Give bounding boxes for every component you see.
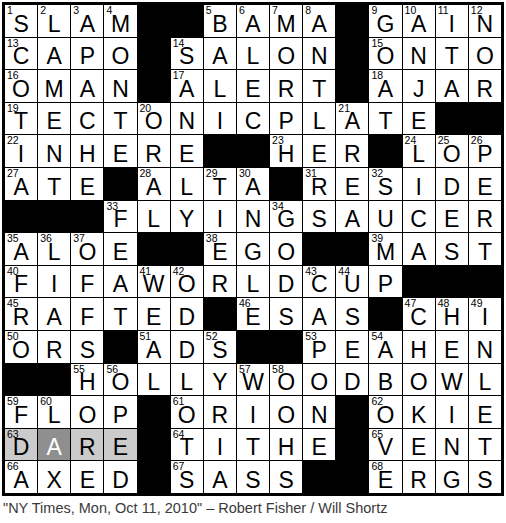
- cell-letter: T: [469, 434, 501, 460]
- grid-cell[interactable]: 38E: [204, 233, 236, 265]
- grid-cell[interactable]: R: [403, 461, 435, 493]
- grid-cell[interactable]: E: [469, 168, 501, 200]
- black-cell: [469, 103, 501, 135]
- grid-cell[interactable]: D: [436, 168, 468, 200]
- grid-cell[interactable]: T: [104, 103, 136, 135]
- grid-cell[interactable]: S: [71, 331, 103, 363]
- cell-letter: M: [104, 11, 136, 37]
- grid-cell[interactable]: P: [270, 103, 302, 135]
- grid-cell[interactable]: I: [204, 201, 236, 233]
- grid-cell[interactable]: 14S: [171, 38, 203, 70]
- grid-cell[interactable]: 42O: [171, 266, 203, 298]
- grid-cell[interactable]: D: [171, 298, 203, 330]
- grid-cell[interactable]: N: [303, 396, 335, 428]
- grid-cell[interactable]: 33F: [104, 201, 136, 233]
- grid-cell[interactable]: T: [469, 233, 501, 265]
- grid-cell[interactable]: L: [303, 103, 335, 135]
- grid-cell[interactable]: P: [71, 38, 103, 70]
- cell-letter: G: [369, 11, 401, 37]
- cell-letter: T: [369, 108, 401, 134]
- grid-cell[interactable]: A: [204, 38, 236, 70]
- grid-cell[interactable]: 41W: [138, 266, 170, 298]
- grid-cell[interactable]: T: [303, 70, 335, 102]
- grid-cell[interactable]: R: [336, 135, 368, 167]
- grid-cell[interactable]: I: [204, 429, 236, 461]
- grid-cell[interactable]: 58O: [270, 364, 302, 396]
- cell-letter: F: [5, 271, 37, 297]
- grid-cell[interactable]: G: [237, 233, 269, 265]
- cell-letter: O: [403, 369, 435, 395]
- grid-cell[interactable]: E: [303, 135, 335, 167]
- grid-cell[interactable]: A: [303, 298, 335, 330]
- black-cell: [436, 103, 468, 135]
- grid-cell[interactable]: 53P: [303, 331, 335, 363]
- cell-letter: S: [171, 467, 203, 493]
- cell-letter: H: [270, 141, 302, 167]
- cell-letter: L: [38, 11, 70, 37]
- cell-letter: V: [369, 434, 401, 460]
- cell-letter: O: [270, 369, 302, 395]
- grid-cell[interactable]: 15O: [369, 38, 401, 70]
- grid-cell[interactable]: 60L: [38, 396, 70, 428]
- grid-cell[interactable]: A: [71, 70, 103, 102]
- cell-letter: E: [204, 239, 236, 265]
- grid-cell[interactable]: 21A: [336, 103, 368, 135]
- cell-letter: O: [270, 43, 302, 69]
- cell-letter: H: [403, 337, 435, 363]
- grid-cell[interactable]: E: [237, 70, 269, 102]
- grid-cell[interactable]: L: [138, 201, 170, 233]
- cell-letter: E: [237, 304, 269, 330]
- cell-letter: A: [403, 11, 435, 37]
- grid-cell[interactable]: L: [469, 364, 501, 396]
- grid-cell[interactable]: D: [270, 266, 302, 298]
- grid-cell[interactable]: 39M: [369, 233, 401, 265]
- cell-letter: N: [303, 402, 335, 428]
- cell-letter: G: [237, 239, 269, 265]
- cell-letter: E: [303, 434, 335, 460]
- grid-cell[interactable]: 68E: [369, 461, 401, 493]
- cell-letter: J: [403, 76, 435, 102]
- grid-cell[interactable]: R: [204, 396, 236, 428]
- grid-cell[interactable]: 35A: [5, 233, 37, 265]
- grid-cell[interactable]: 34G: [270, 201, 302, 233]
- cell-letter: F: [71, 271, 103, 297]
- grid-cell[interactable]: 31R: [303, 168, 335, 200]
- grid-cell[interactable]: 5B: [204, 5, 236, 37]
- grid-cell[interactable]: I: [38, 266, 70, 298]
- cell-letter: I: [38, 271, 70, 297]
- grid-cell[interactable]: P: [104, 396, 136, 428]
- black-cell: [204, 135, 236, 167]
- grid-cell[interactable]: 1S: [5, 5, 37, 37]
- cell-letter: L: [303, 108, 335, 134]
- cell-letter: A: [38, 304, 70, 330]
- grid-cell[interactable]: 3A: [71, 5, 103, 37]
- cell-letter: D: [270, 271, 302, 297]
- grid-cell[interactable]: S: [237, 461, 269, 493]
- grid-cell[interactable]: N: [436, 429, 468, 461]
- cell-letter: M: [270, 11, 302, 37]
- grid-cell[interactable]: 2L: [38, 5, 70, 37]
- cell-letter: P: [303, 337, 335, 363]
- grid-cell[interactable]: M: [38, 70, 70, 102]
- grid-cell[interactable]: 17A: [171, 70, 203, 102]
- grid-cell[interactable]: S: [270, 298, 302, 330]
- cell-letter: E: [403, 108, 435, 134]
- grid-cell[interactable]: U: [369, 201, 401, 233]
- grid-cell[interactable]: E: [403, 429, 435, 461]
- grid-cell[interactable]: B: [369, 364, 401, 396]
- cell-letter: S: [171, 43, 203, 69]
- grid-cell[interactable]: R: [204, 266, 236, 298]
- cell-letter: Y: [171, 206, 203, 232]
- grid-cell[interactable]: 7M: [270, 5, 302, 37]
- grid-cell[interactable]: 62O: [369, 396, 401, 428]
- grid-cell[interactable]: 56O: [104, 364, 136, 396]
- black-cell: [138, 396, 170, 428]
- grid-cell[interactable]: E: [303, 429, 335, 461]
- grid-cell[interactable]: R: [138, 135, 170, 167]
- cell-letter: P: [270, 108, 302, 134]
- grid-cell[interactable]: 36L: [38, 233, 70, 265]
- cell-letter: L: [403, 141, 435, 167]
- grid-cell[interactable]: O: [71, 396, 103, 428]
- grid-cell[interactable]: O: [403, 364, 435, 396]
- grid-cell[interactable]: T: [369, 103, 401, 135]
- grid-cell[interactable]: N: [104, 70, 136, 102]
- grid-cell[interactable]: E: [38, 103, 70, 135]
- grid-cell[interactable]: P: [369, 266, 401, 298]
- grid-cell[interactable]: C: [237, 103, 269, 135]
- grid-cell[interactable]: 64T: [171, 429, 203, 461]
- grid-cell[interactable]: A: [38, 38, 70, 70]
- grid-cell[interactable]: 10A: [403, 5, 435, 37]
- cell-letter: U: [369, 206, 401, 232]
- grid-cell[interactable]: 43C: [303, 266, 335, 298]
- grid-cell[interactable]: 66A: [5, 461, 37, 493]
- grid-cell[interactable]: R: [469, 70, 501, 102]
- cell-letter: O: [270, 239, 302, 265]
- cell-letter: T: [436, 43, 468, 69]
- grid-cell[interactable]: G: [436, 461, 468, 493]
- grid-cell[interactable]: 59F: [5, 396, 37, 428]
- cell-letter: E: [71, 467, 103, 493]
- grid-cell[interactable]: S: [303, 201, 335, 233]
- grid-cell[interactable]: I: [204, 103, 236, 135]
- grid-cell[interactable]: 11I: [436, 5, 468, 37]
- cell-letter: L: [138, 206, 170, 232]
- grid-cell[interactable]: T: [104, 298, 136, 330]
- grid-cell[interactable]: T: [237, 429, 269, 461]
- cell-letter: I: [204, 206, 236, 232]
- grid-cell[interactable]: A: [336, 201, 368, 233]
- grid-cell[interactable]: D: [104, 461, 136, 493]
- grid-cell[interactable]: T: [38, 168, 70, 200]
- grid-cell[interactable]: I: [403, 168, 435, 200]
- grid-cell[interactable]: A: [204, 461, 236, 493]
- grid-cell[interactable]: S: [436, 233, 468, 265]
- cell-letter: O: [71, 402, 103, 428]
- black-cell: [138, 38, 170, 70]
- cell-letter: P: [71, 43, 103, 69]
- cell-letter: C: [5, 43, 37, 69]
- cell-letter: A: [303, 304, 335, 330]
- black-cell: [403, 266, 435, 298]
- black-cell: [336, 5, 368, 37]
- grid-cell[interactable]: 51A: [138, 331, 170, 363]
- cell-letter: A: [204, 467, 236, 493]
- cell-letter: T: [171, 434, 203, 460]
- cell-letter: E: [336, 337, 368, 363]
- grid-cell[interactable]: I: [436, 396, 468, 428]
- cell-letter: F: [5, 402, 37, 428]
- grid-cell[interactable]: 44U: [336, 266, 368, 298]
- grid-cell[interactable]: E: [104, 233, 136, 265]
- grid-cell[interactable]: 6A: [237, 5, 269, 37]
- grid-cell[interactable]: 48H: [436, 298, 468, 330]
- cell-letter: T: [38, 174, 70, 200]
- cell-letter: T: [237, 434, 269, 460]
- grid-cell[interactable]: F: [71, 298, 103, 330]
- grid-cell[interactable]: J: [403, 70, 435, 102]
- grid-cell[interactable]: O: [104, 38, 136, 70]
- grid-cell[interactable]: 23H: [270, 135, 302, 167]
- grid-cell[interactable]: 9G: [369, 5, 401, 37]
- black-cell: [71, 201, 103, 233]
- grid-cell[interactable]: 22I: [5, 135, 37, 167]
- black-cell: [138, 429, 170, 461]
- grid-cell[interactable]: O: [469, 38, 501, 70]
- grid-cell[interactable]: L: [138, 364, 170, 396]
- grid-cell[interactable]: E: [336, 168, 368, 200]
- cell-letter: A: [71, 76, 103, 102]
- grid-cell[interactable]: E: [104, 429, 136, 461]
- cell-letter: E: [71, 174, 103, 200]
- grid-cell[interactable]: 26P: [469, 135, 501, 167]
- grid-cell[interactable]: 46E: [237, 298, 269, 330]
- grid-cell[interactable]: 19T: [5, 103, 37, 135]
- black-cell: [303, 461, 335, 493]
- grid-cell[interactable]: 30A: [237, 168, 269, 200]
- grid-cell[interactable]: N: [171, 103, 203, 135]
- grid-cell[interactable]: E: [104, 135, 136, 167]
- black-cell: [171, 233, 203, 265]
- grid-cell[interactable]: E: [469, 396, 501, 428]
- grid-cell[interactable]: 61O: [171, 396, 203, 428]
- grid-cell[interactable]: 63D: [5, 429, 37, 461]
- grid-cell[interactable]: 45R: [5, 298, 37, 330]
- grid-cell[interactable]: 49I: [469, 298, 501, 330]
- grid-cell[interactable]: 29T: [204, 168, 236, 200]
- grid-cell[interactable]: N: [237, 201, 269, 233]
- grid-cell[interactable]: E: [171, 135, 203, 167]
- grid-cell[interactable]: A: [38, 429, 70, 461]
- cell-letter: E: [436, 206, 468, 232]
- grid-cell[interactable]: W: [436, 364, 468, 396]
- cell-letter: I: [403, 174, 435, 200]
- grid-cell[interactable]: A: [38, 298, 70, 330]
- cell-letter: S: [303, 206, 335, 232]
- cell-letter: N: [303, 43, 335, 69]
- black-cell: [369, 298, 401, 330]
- cell-letter: E: [369, 467, 401, 493]
- grid-cell[interactable]: S: [270, 461, 302, 493]
- black-cell: [336, 429, 368, 461]
- grid-cell[interactable]: A: [104, 266, 136, 298]
- cell-letter: B: [369, 369, 401, 395]
- cell-letter: S: [71, 337, 103, 363]
- cell-letter: C: [237, 108, 269, 134]
- cell-letter: D: [436, 174, 468, 200]
- cell-letter: C: [71, 108, 103, 134]
- grid-cell[interactable]: E: [436, 201, 468, 233]
- grid-cell[interactable]: D: [336, 364, 368, 396]
- grid-cell[interactable]: 8A: [303, 5, 335, 37]
- black-cell: [369, 135, 401, 167]
- grid-cell[interactable]: O: [270, 396, 302, 428]
- grid-cell[interactable]: I: [237, 396, 269, 428]
- cell-letter: D: [171, 337, 203, 363]
- cell-letter: T: [204, 174, 236, 200]
- cell-letter: E: [104, 141, 136, 167]
- grid-cell[interactable]: C: [403, 201, 435, 233]
- grid-cell[interactable]: 65V: [369, 429, 401, 461]
- black-cell: [270, 168, 302, 200]
- black-cell: [336, 396, 368, 428]
- grid-cell[interactable]: Y: [171, 201, 203, 233]
- grid-cell[interactable]: 25O: [436, 135, 468, 167]
- grid-cell[interactable]: 55H: [71, 364, 103, 396]
- cell-letter: L: [38, 239, 70, 265]
- grid-cell[interactable]: 52S: [204, 331, 236, 363]
- cell-letter: R: [403, 467, 435, 493]
- grid-cell[interactable]: Y: [204, 364, 236, 396]
- grid-cell[interactable]: 18A: [369, 70, 401, 102]
- grid-cell[interactable]: E: [436, 331, 468, 363]
- grid-cell[interactable]: F: [71, 266, 103, 298]
- cell-letter: E: [403, 434, 435, 460]
- cell-letter: W: [237, 369, 269, 395]
- cell-letter: U: [336, 271, 368, 297]
- grid-cell[interactable]: O: [303, 364, 335, 396]
- grid-cell[interactable]: T: [436, 38, 468, 70]
- grid-cell[interactable]: 20O: [138, 103, 170, 135]
- grid-cell[interactable]: E: [336, 331, 368, 363]
- cell-letter: Y: [204, 369, 236, 395]
- grid-cell[interactable]: H: [270, 429, 302, 461]
- cell-letter: R: [204, 271, 236, 297]
- cell-letter: O: [5, 76, 37, 102]
- cell-letter: T: [303, 76, 335, 102]
- grid-cell[interactable]: 67S: [171, 461, 203, 493]
- grid-cell[interactable]: E: [403, 103, 435, 135]
- grid-cell[interactable]: 24L: [403, 135, 435, 167]
- cell-letter: K: [403, 402, 435, 428]
- black-cell: [104, 331, 136, 363]
- grid-cell[interactable]: 16O: [5, 70, 37, 102]
- grid-cell[interactable]: L: [237, 38, 269, 70]
- grid-cell[interactable]: K: [403, 396, 435, 428]
- cell-letter: X: [38, 467, 70, 493]
- cell-letter: A: [5, 467, 37, 493]
- cell-letter: A: [403, 239, 435, 265]
- grid-cell[interactable]: 4M: [104, 5, 136, 37]
- black-cell: [469, 266, 501, 298]
- cell-letter: A: [138, 174, 170, 200]
- black-cell: [5, 201, 37, 233]
- grid-cell[interactable]: E: [138, 298, 170, 330]
- cell-letter: R: [336, 141, 368, 167]
- grid-cell[interactable]: C: [71, 103, 103, 135]
- grid-cell[interactable]: 37O: [71, 233, 103, 265]
- crossword-grid: 1S2L3A4M5B6A7M8A9G10A11I12N13CAPO14SALON…: [2, 2, 504, 496]
- cell-letter: A: [369, 76, 401, 102]
- cell-letter: T: [469, 239, 501, 265]
- cell-letter: P: [104, 402, 136, 428]
- grid-cell[interactable]: D: [171, 331, 203, 363]
- grid-cell[interactable]: 27A: [5, 168, 37, 200]
- grid-cell[interactable]: 13C: [5, 38, 37, 70]
- cell-letter: C: [403, 206, 435, 232]
- grid-cell[interactable]: 12N: [469, 5, 501, 37]
- grid-cell[interactable]: R: [38, 331, 70, 363]
- grid-cell[interactable]: L: [171, 364, 203, 396]
- grid-cell[interactable]: S: [469, 461, 501, 493]
- grid-cell[interactable]: T: [469, 429, 501, 461]
- grid-cell[interactable]: R: [71, 429, 103, 461]
- cell-letter: A: [237, 174, 269, 200]
- grid-cell[interactable]: O: [270, 38, 302, 70]
- cell-letter: O: [138, 108, 170, 134]
- grid-cell[interactable]: E: [71, 461, 103, 493]
- grid-cell[interactable]: H: [71, 135, 103, 167]
- cell-letter: N: [403, 43, 435, 69]
- grid-cell[interactable]: 57W: [237, 364, 269, 396]
- grid-cell[interactable]: N: [403, 38, 435, 70]
- grid-cell[interactable]: 32S: [369, 168, 401, 200]
- cell-letter: T: [104, 108, 136, 134]
- grid-cell[interactable]: N: [469, 331, 501, 363]
- grid-cell[interactable]: N: [303, 38, 335, 70]
- grid-cell[interactable]: A: [436, 70, 468, 102]
- grid-cell[interactable]: R: [469, 201, 501, 233]
- grid-cell[interactable]: E: [71, 168, 103, 200]
- grid-cell[interactable]: S: [336, 298, 368, 330]
- grid-cell[interactable]: A: [403, 233, 435, 265]
- grid-cell[interactable]: 50O: [5, 331, 37, 363]
- cell-letter: D: [5, 434, 37, 460]
- grid-cell[interactable]: X: [38, 461, 70, 493]
- grid-cell[interactable]: 54A: [369, 331, 401, 363]
- grid-cell[interactable]: L: [237, 266, 269, 298]
- grid-cell[interactable]: R: [270, 70, 302, 102]
- grid-cell[interactable]: L: [171, 168, 203, 200]
- cell-letter: L: [171, 369, 203, 395]
- grid-cell[interactable]: 47C: [403, 298, 435, 330]
- grid-cell[interactable]: N: [38, 135, 70, 167]
- grid-cell[interactable]: 40F: [5, 266, 37, 298]
- grid-cell[interactable]: O: [270, 233, 302, 265]
- grid-cell[interactable]: H: [403, 331, 435, 363]
- cell-letter: R: [469, 76, 501, 102]
- cell-letter: I: [204, 108, 236, 134]
- grid-cell[interactable]: L: [204, 70, 236, 102]
- cell-letter: O: [469, 43, 501, 69]
- grid-cell[interactable]: 28A: [138, 168, 170, 200]
- black-cell: [336, 70, 368, 102]
- cell-letter: O: [270, 402, 302, 428]
